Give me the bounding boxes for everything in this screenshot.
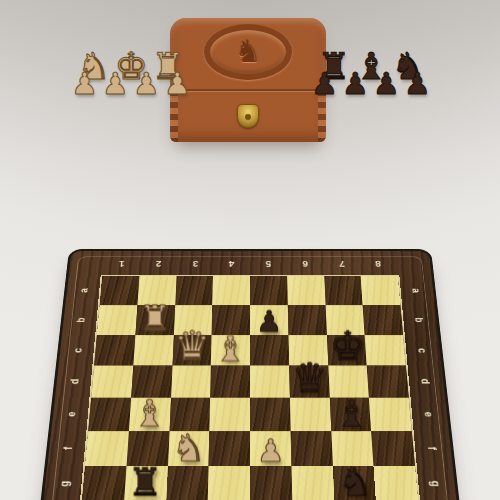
square-c3[interactable]: ♛: [172, 335, 212, 366]
file-label-right-b: b: [399, 311, 439, 329]
rank-label-top-7: 7: [323, 255, 361, 272]
file-label-left-c: c: [58, 341, 98, 359]
square-c2[interactable]: [133, 335, 173, 366]
captured-black-pawn[interactable]: ♟: [373, 69, 400, 99]
square-a6[interactable]: [287, 276, 325, 305]
square-e7[interactable]: ♝: [329, 398, 371, 431]
white-bishop-e2[interactable]: ♝: [129, 395, 169, 432]
square-c5[interactable]: [250, 335, 289, 366]
rank-label-top-4: 4: [213, 255, 250, 272]
square-d8[interactable]: [367, 366, 409, 398]
square-b1[interactable]: [97, 305, 137, 335]
white-knight-f3[interactable]: ♞: [168, 428, 209, 466]
file-label-left-g: g: [42, 473, 86, 494]
file-label-left-a: a: [64, 282, 103, 299]
playing-area: ♜♟♛♝♚♛♝♝♞♟♜♞♞HENRY LECHESS: [76, 275, 423, 500]
box-brass-latch[interactable]: [237, 104, 259, 128]
file-label-right-a: a: [397, 282, 436, 299]
square-g8[interactable]: [374, 466, 418, 500]
rank-label-top-8: 8: [359, 255, 397, 272]
file-label-right-g: g: [414, 473, 458, 494]
square-b6[interactable]: [288, 305, 327, 335]
square-d6[interactable]: ♛: [289, 366, 329, 398]
square-f4[interactable]: [209, 431, 250, 466]
square-d5[interactable]: [250, 366, 290, 398]
captured-black-pawn[interactable]: ♟: [342, 69, 369, 99]
chess-board: 12345678 12345678 abcdefgh abcdefgh ♜♟♛♝…: [32, 249, 468, 500]
black-rook-g2[interactable]: ♜: [124, 463, 166, 500]
square-b2[interactable]: ♜: [135, 305, 175, 335]
square-b8[interactable]: [363, 305, 403, 335]
square-e4[interactable]: [210, 398, 250, 431]
captured-white-pawn[interactable]: ♟: [71, 69, 98, 99]
square-f1[interactable]: [85, 431, 129, 466]
file-label-right-f: f: [411, 438, 454, 459]
black-king-c7[interactable]: ♚: [328, 326, 367, 366]
square-c1[interactable]: [94, 335, 135, 366]
rank-label-top-3: 3: [176, 255, 213, 272]
scene-backdrop: { "game": "chess", "position": { "fen": …: [0, 0, 500, 500]
black-pawn-b5[interactable]: ♟: [250, 307, 288, 336]
file-label-left-e: e: [50, 404, 92, 424]
square-e6[interactable]: [290, 398, 331, 431]
square-e2[interactable]: ♝: [129, 398, 171, 431]
square-a8[interactable]: [361, 276, 401, 305]
white-queen-c3[interactable]: ♛: [172, 326, 211, 366]
captured-white-pawn[interactable]: ♟: [164, 69, 191, 99]
square-d3[interactable]: [171, 366, 211, 398]
chess-board-zone: 12345678 12345678 abcdefgh abcdefgh ♜♟♛♝…: [20, 141, 480, 493]
black-knight-g7[interactable]: ♞: [334, 463, 376, 500]
square-c8[interactable]: [365, 335, 406, 366]
box-carved-emblem: ♞: [204, 24, 292, 80]
square-f6[interactable]: [290, 431, 332, 466]
rank-labels-top: 12345678: [103, 255, 398, 272]
square-g7[interactable]: ♞: [332, 466, 376, 500]
black-bishop-e7[interactable]: ♝: [331, 395, 371, 432]
square-g6[interactable]: [291, 466, 334, 500]
square-e5[interactable]: [250, 398, 290, 431]
square-g5[interactable]: [250, 466, 292, 500]
square-g4[interactable]: [208, 466, 250, 500]
square-a1[interactable]: [100, 276, 140, 305]
square-f5[interactable]: ♟: [250, 431, 291, 466]
square-a7[interactable]: [324, 276, 363, 305]
file-label-right-e: e: [408, 404, 450, 424]
rank-label-top-2: 2: [140, 255, 178, 272]
rank-label-top-5: 5: [250, 255, 287, 272]
captured-white-pawn[interactable]: ♟: [102, 69, 129, 99]
square-c7[interactable]: ♚: [327, 335, 367, 366]
white-rook-b2[interactable]: ♜: [135, 301, 173, 336]
board-grid: ♜♟♛♝♚♛♝♝♞♟♜♞♞HENRY LECHESS: [78, 276, 421, 500]
captured-white-pawn[interactable]: ♟: [133, 69, 160, 99]
file-label-left-b: b: [61, 311, 101, 329]
black-queen-d6[interactable]: ♛: [290, 358, 330, 399]
square-g3[interactable]: [166, 466, 209, 500]
square-a5[interactable]: [250, 276, 288, 305]
file-label-right-d: d: [405, 372, 446, 391]
knight-emblem-icon: ♞: [235, 37, 262, 67]
square-a4[interactable]: [212, 276, 250, 305]
rank-label-top-6: 6: [286, 255, 323, 272]
file-label-left-d: d: [54, 372, 95, 391]
captured-white-tray: ♞♚♜ ♟♟♟♟: [56, 48, 206, 99]
captured-black-pawn[interactable]: ♟: [311, 69, 338, 99]
captured-black-pawn[interactable]: ♟: [404, 69, 431, 99]
square-f3[interactable]: ♞: [168, 431, 210, 466]
file-label-left-f: f: [46, 438, 89, 459]
square-f8[interactable]: [371, 431, 415, 466]
square-c4[interactable]: ♝: [211, 335, 250, 366]
square-d4[interactable]: [210, 366, 250, 398]
square-a3[interactable]: [175, 276, 213, 305]
white-pawn-f5[interactable]: ♟: [250, 435, 291, 466]
file-label-right-c: c: [402, 341, 442, 359]
square-e1[interactable]: [88, 398, 131, 431]
square-g2[interactable]: ♜: [124, 466, 168, 500]
rank-label-top-1: 1: [103, 255, 141, 272]
square-d1[interactable]: [91, 366, 133, 398]
square-e8[interactable]: [369, 398, 412, 431]
square-g1[interactable]: [82, 466, 126, 500]
square-b5[interactable]: ♟: [250, 305, 288, 335]
captured-black-tray: ♜♝♞ ♟♟♟♟: [296, 48, 446, 99]
white-bishop-c4[interactable]: ♝: [211, 331, 250, 367]
